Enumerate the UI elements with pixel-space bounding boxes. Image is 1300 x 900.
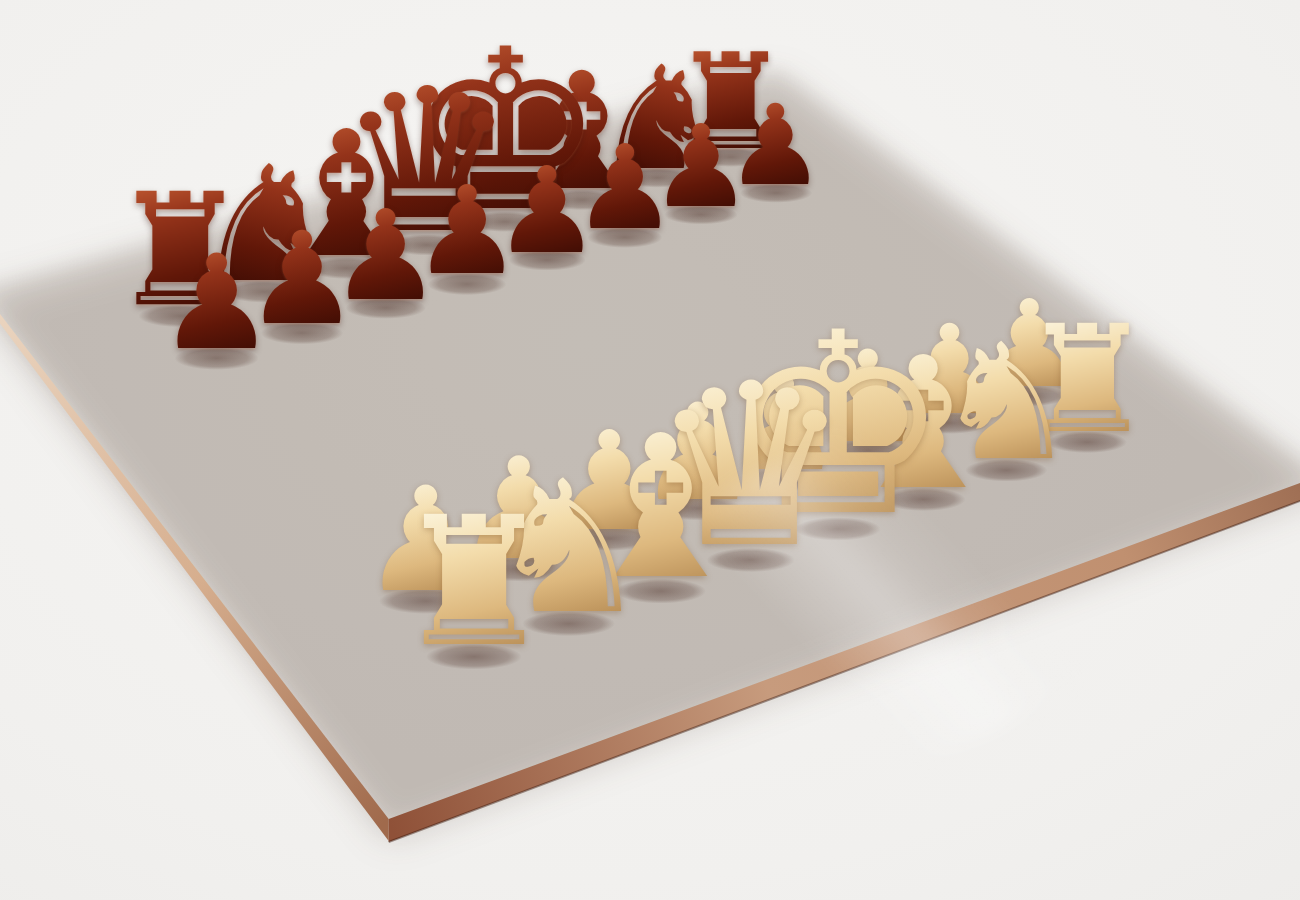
piece-shadow-d8 <box>375 231 478 259</box>
square-f1 <box>853 458 994 537</box>
piece-shadow-b7 <box>247 318 357 348</box>
square-e1 <box>768 486 910 567</box>
piece-shadow-e2 <box>728 464 840 495</box>
square-f5 <box>653 282 780 348</box>
chess-board <box>0 64 1300 819</box>
square-c5 <box>405 356 534 427</box>
square-e7 <box>487 227 608 289</box>
square-d2 <box>629 466 768 546</box>
piece-black-king-e8: ♚ <box>406 19 605 241</box>
piece-shadow-h8 <box>684 144 779 170</box>
piece-shadow-e8 <box>455 208 556 235</box>
piece-white-knight-g1: ♞ <box>934 323 1078 484</box>
square-c3 <box>493 447 629 525</box>
piece-black-pawn-c7: ♟ <box>330 193 442 318</box>
piece-black-pawn-a7: ♟ <box>158 238 275 369</box>
piece-white-rook-h1: ♜ <box>1021 306 1154 454</box>
square-f8 <box>524 169 642 228</box>
piece-shadow-e7 <box>496 246 599 274</box>
piece-shadow-c8 <box>294 254 400 283</box>
square-g6 <box>685 220 808 282</box>
piece-black-rook-a8: ♜ <box>111 174 250 329</box>
piece-shadow-c2 <box>550 522 668 554</box>
square-c8 <box>287 234 407 297</box>
square-f7 <box>565 205 686 266</box>
camera-glare-highlight <box>588 337 1171 863</box>
square-g2 <box>882 384 1018 458</box>
square-g5 <box>731 258 857 323</box>
square-c7 <box>325 273 448 339</box>
piece-black-bishop-c8: ♝ <box>269 109 424 282</box>
piece-shadow-b8 <box>210 277 318 306</box>
square-c2 <box>540 495 680 577</box>
piece-white-pawn-a2: ♟ <box>361 468 491 613</box>
piece-shadow-f8 <box>533 186 632 213</box>
square-b2 <box>449 525 590 609</box>
piece-white-king-e1: ♚ <box>725 300 950 551</box>
square-a1 <box>402 609 547 700</box>
piece-black-knight-g8: ♞ <box>593 47 721 190</box>
piece-shadow-g8 <box>609 165 706 191</box>
square-d6 <box>447 290 572 357</box>
piece-shadow-g7 <box>652 201 750 228</box>
piece-white-bishop-c1: ♝ <box>572 410 749 608</box>
square-b1 <box>497 577 642 665</box>
square-f3 <box>748 366 881 438</box>
board-drop-shadow <box>0 78 1300 839</box>
square-c1 <box>589 546 733 632</box>
square-h6 <box>761 198 883 259</box>
piece-shadow-g2 <box>896 408 1003 437</box>
board-drop-shadow-soft <box>0 70 1300 829</box>
piece-black-rook-h8: ♜ <box>671 35 790 167</box>
square-b7 <box>241 297 364 364</box>
piece-shadow-f1 <box>868 484 979 514</box>
square-c4 <box>448 401 580 476</box>
square-d5 <box>490 331 618 401</box>
piece-shadow-f2 <box>813 436 922 466</box>
board-gloss-overlay <box>0 64 1300 819</box>
square-e6 <box>528 266 652 331</box>
piece-black-pawn-g7: ♟ <box>650 110 752 224</box>
square-b6 <box>279 339 405 409</box>
piece-white-pawn-d2: ♟ <box>638 385 758 518</box>
piece-white-knight-b1: ♞ <box>486 456 650 639</box>
piece-white-pawn-b2: ♟ <box>456 440 582 581</box>
square-e8 <box>446 190 564 250</box>
piece-black-pawn-f7: ♟ <box>573 130 677 246</box>
piece-shadow-h7 <box>728 180 824 206</box>
square-g8 <box>599 148 716 205</box>
square-h2 <box>962 358 1097 430</box>
piece-white-pawn-h2: ♟ <box>975 285 1083 406</box>
board-side-left <box>0 285 389 841</box>
square-d4 <box>534 374 665 447</box>
board-sides-and-shadow <box>0 0 1300 900</box>
piece-shadow-h2 <box>977 381 1081 409</box>
square-e3 <box>665 392 799 466</box>
square-e5 <box>572 306 699 374</box>
square-d3 <box>580 419 715 495</box>
piece-white-pawn-f2: ♟ <box>811 334 925 461</box>
square-f6 <box>608 243 732 307</box>
square-a7 <box>155 322 279 391</box>
square-a3 <box>311 504 448 586</box>
piece-white-pawn-c2: ♟ <box>548 412 671 549</box>
square-f4 <box>700 323 830 392</box>
piece-black-pawn-b7: ♟ <box>245 215 360 343</box>
piece-shadow-g1 <box>952 455 1060 485</box>
square-a4 <box>270 456 404 535</box>
square-h4 <box>857 274 985 340</box>
piece-shadow-c1 <box>601 575 722 608</box>
piece-shadow-h1 <box>1034 427 1140 456</box>
board-grid <box>120 127 1157 700</box>
square-h8 <box>673 127 790 183</box>
square-c6 <box>364 314 490 382</box>
square-h5 <box>808 235 933 298</box>
piece-black-pawn-h7: ♟ <box>726 90 826 201</box>
piece-shadow-b1 <box>507 607 631 641</box>
piece-white-pawn-g2: ♟ <box>894 309 1005 433</box>
piece-shadow-d2 <box>640 493 755 524</box>
square-a8 <box>120 281 241 347</box>
square-d7 <box>407 250 529 314</box>
square-a2 <box>355 555 496 641</box>
square-h3 <box>909 315 1041 384</box>
square-a5 <box>230 409 360 484</box>
pieces-layer: ♜♞♝♛♚♝♞♜♟♟♟♟♟♟♟♟♟♟♟♟♟♟♟♟♜♞♝♛♚♝♞♜ <box>0 0 1300 900</box>
board-side-right <box>389 473 1300 842</box>
piece-black-queen-d8: ♛ <box>338 64 516 262</box>
square-g4 <box>779 298 908 366</box>
piece-shadow-d1 <box>692 544 809 576</box>
square-b8 <box>204 257 324 321</box>
piece-white-pawn-e2: ♟ <box>726 359 843 489</box>
square-g3 <box>830 340 963 411</box>
piece-shadow-b2 <box>458 553 579 586</box>
square-d1 <box>680 516 823 600</box>
piece-white-bishop-f1: ♝ <box>841 332 1005 515</box>
square-h1 <box>1018 402 1157 477</box>
piece-black-bishop-f8: ♝ <box>510 52 655 214</box>
board-side-bottom-edge <box>389 491 1300 842</box>
chess-set-photo: ♜♞♝♛♚♝♞♜♟♟♟♟♟♟♟♟♟♟♟♟♟♟♟♟♜♞♝♛♚♝♞♜ <box>0 0 1300 900</box>
square-b3 <box>403 475 540 555</box>
square-e2 <box>715 438 853 516</box>
board-frame <box>0 64 1300 819</box>
square-e4 <box>618 348 749 419</box>
square-g1 <box>937 430 1077 507</box>
piece-shadow-d7 <box>415 270 520 299</box>
piece-black-pawn-d7: ♟ <box>413 172 522 294</box>
piece-white-queen-d1: ♛ <box>650 354 852 579</box>
piece-shadow-c7 <box>332 294 440 323</box>
piece-shadow-a2 <box>363 584 488 618</box>
square-h7 <box>716 162 835 220</box>
piece-shadow-a7 <box>160 343 273 374</box>
piece-shadow-a1 <box>410 639 537 674</box>
piece-shadow-e1 <box>781 514 895 545</box>
square-g7 <box>641 183 761 243</box>
piece-black-knight-b8: ♞ <box>192 145 336 305</box>
square-a6 <box>191 364 318 436</box>
piece-shadow-f7 <box>575 224 675 251</box>
square-f2 <box>800 411 937 487</box>
square-b4 <box>360 428 493 505</box>
square-b5 <box>318 382 448 455</box>
piece-black-pawn-e7: ♟ <box>494 151 601 270</box>
piece-white-rook-a1: ♜ <box>394 493 554 671</box>
square-d8 <box>368 212 487 273</box>
piece-shadow-a8 <box>125 301 236 331</box>
